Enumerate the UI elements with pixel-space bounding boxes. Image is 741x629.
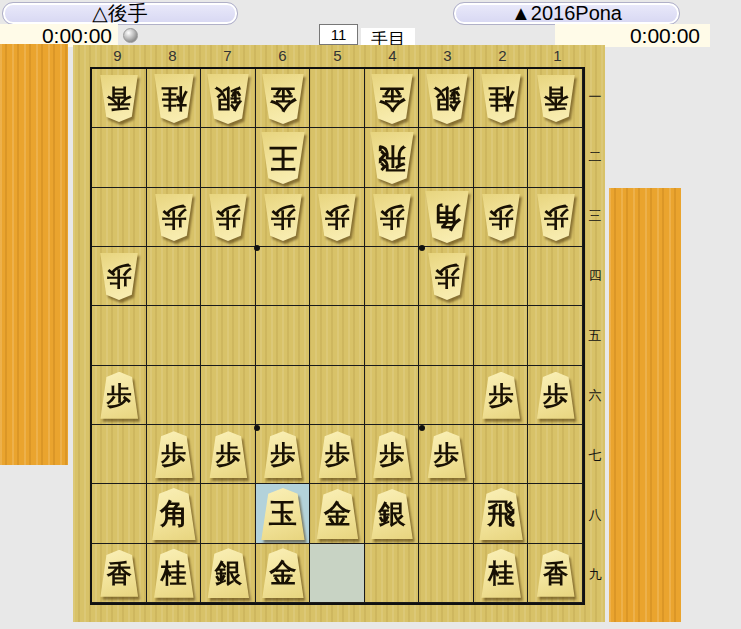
cell-1-4[interactable] xyxy=(528,247,583,306)
piece-sente-7-7[interactable]: 歩 xyxy=(208,431,248,478)
piece-kanji: 桂 xyxy=(153,74,195,123)
piece-kanji: 歩 xyxy=(481,194,521,241)
piece-gote-8-1[interactable]: 桂 xyxy=(153,74,195,123)
piece-kanji: 香 xyxy=(536,75,576,122)
cell-2-3[interactable]: 歩 xyxy=(474,188,529,247)
cell-1-2[interactable] xyxy=(528,128,583,187)
cell-6-7[interactable]: 歩 xyxy=(256,425,311,484)
board-surface: 987654321 一二三四五六七八九 香桂銀金金銀桂香王飛歩歩歩歩歩角歩歩歩歩… xyxy=(73,45,605,622)
cell-1-5[interactable] xyxy=(528,306,583,365)
piece-gote-1-1[interactable]: 香 xyxy=(536,75,576,122)
sente-clock: 0:00:00 xyxy=(555,24,710,47)
cell-8-8[interactable]: 角 xyxy=(147,484,202,543)
turn-indicator-orb-icon xyxy=(123,28,138,43)
piece-gote-7-3[interactable]: 歩 xyxy=(208,194,248,241)
cell-7-8[interactable] xyxy=(201,484,256,543)
piece-kanji: 歩 xyxy=(317,431,357,478)
cell-5-3[interactable]: 歩 xyxy=(310,188,365,247)
cell-2-7[interactable] xyxy=(474,425,529,484)
cell-8-4[interactable] xyxy=(147,247,202,306)
cell-3-2[interactable] xyxy=(419,128,474,187)
cell-4-7[interactable]: 歩 xyxy=(365,425,420,484)
rank-label-3: 三 xyxy=(585,187,605,247)
cell-9-5[interactable] xyxy=(92,306,147,365)
file-label-5: 5 xyxy=(310,45,365,67)
piece-gote-3-4[interactable]: 歩 xyxy=(427,253,467,300)
piece-sente-1-6[interactable]: 歩 xyxy=(536,372,576,419)
hoshi-dot xyxy=(254,425,260,431)
rank-label-7: 七 xyxy=(585,426,605,486)
piece-gote-3-1[interactable]: 銀 xyxy=(425,74,469,124)
cell-1-6[interactable]: 歩 xyxy=(528,366,583,425)
hoshi-dot xyxy=(419,245,425,251)
piece-sente-8-8[interactable]: 角 xyxy=(151,488,197,540)
cell-6-4[interactable] xyxy=(256,247,311,306)
cell-9-1[interactable]: 香 xyxy=(92,69,147,128)
cell-9-2[interactable] xyxy=(92,128,147,187)
piece-kanji: 金 xyxy=(370,74,414,124)
piece-kanji: 香 xyxy=(536,550,576,597)
piece-gote-7-1[interactable]: 銀 xyxy=(206,74,250,124)
piece-sente-4-7[interactable]: 歩 xyxy=(372,431,412,478)
cell-5-8[interactable]: 金 xyxy=(310,484,365,543)
board-grid: 香桂銀金金銀桂香王飛歩歩歩歩歩角歩歩歩歩歩歩歩歩歩歩歩歩歩角玉金銀飛香桂銀金桂香 xyxy=(90,67,585,605)
cell-6-5[interactable] xyxy=(256,306,311,365)
rank-label-4: 四 xyxy=(585,246,605,306)
file-label-2: 2 xyxy=(475,45,530,67)
cell-6-1[interactable]: 金 xyxy=(256,69,311,128)
piece-sente-6-9[interactable]: 金 xyxy=(261,548,305,598)
piece-kanji: 金 xyxy=(261,74,305,124)
piece-kanji: 角 xyxy=(424,191,470,243)
piece-gote-1-3[interactable]: 歩 xyxy=(536,194,576,241)
piece-kanji: 銀 xyxy=(425,74,469,124)
piece-gote-9-1[interactable]: 香 xyxy=(99,75,139,122)
cell-6-2[interactable]: 王 xyxy=(256,128,311,187)
cell-2-8[interactable]: 飛 xyxy=(474,484,529,543)
cell-7-7[interactable]: 歩 xyxy=(201,425,256,484)
cell-8-7[interactable]: 歩 xyxy=(147,425,202,484)
piece-sente-8-9[interactable]: 桂 xyxy=(153,549,195,598)
piece-gote-2-3[interactable]: 歩 xyxy=(481,194,521,241)
piece-sente-2-9[interactable]: 桂 xyxy=(480,549,522,598)
cell-6-3[interactable]: 歩 xyxy=(256,188,311,247)
piece-sente-6-8[interactable]: 玉 xyxy=(260,488,306,540)
cell-6-6[interactable] xyxy=(256,366,311,425)
cell-7-3[interactable]: 歩 xyxy=(201,188,256,247)
piece-sente-2-8[interactable]: 飛 xyxy=(478,488,524,540)
cell-4-6[interactable] xyxy=(365,366,420,425)
cell-2-1[interactable]: 桂 xyxy=(474,69,529,128)
cell-3-4[interactable]: 歩 xyxy=(419,247,474,306)
piece-kanji: 金 xyxy=(315,489,359,539)
piece-sente-9-9[interactable]: 香 xyxy=(99,550,139,597)
file-label-4: 4 xyxy=(365,45,420,67)
piece-gote-4-1[interactable]: 金 xyxy=(370,74,414,124)
cell-4-4[interactable] xyxy=(365,247,420,306)
cell-3-5[interactable] xyxy=(419,306,474,365)
cell-4-8[interactable]: 銀 xyxy=(365,484,420,543)
cell-5-5[interactable] xyxy=(310,306,365,365)
cell-5-9[interactable] xyxy=(310,544,365,603)
file-label-7: 7 xyxy=(200,45,255,67)
file-label-9: 9 xyxy=(90,45,145,67)
cell-4-2[interactable]: 飛 xyxy=(365,128,420,187)
sente-name-plate: ▲2016Pona xyxy=(453,2,680,25)
file-label-6: 6 xyxy=(255,45,310,67)
cell-7-2[interactable] xyxy=(201,128,256,187)
piece-kanji: 桂 xyxy=(480,74,522,123)
piece-sente-8-7[interactable]: 歩 xyxy=(154,431,194,478)
file-label-8: 8 xyxy=(145,45,200,67)
cell-1-8[interactable] xyxy=(528,484,583,543)
cell-3-7[interactable]: 歩 xyxy=(419,425,474,484)
piece-kanji: 桂 xyxy=(480,549,522,598)
cell-8-3[interactable]: 歩 xyxy=(147,188,202,247)
cell-9-6[interactable]: 歩 xyxy=(92,366,147,425)
piece-gote-2-1[interactable]: 桂 xyxy=(480,74,522,123)
piece-kanji: 歩 xyxy=(154,194,194,241)
cell-2-6[interactable]: 歩 xyxy=(474,366,529,425)
hoshi-dot xyxy=(254,245,260,251)
piece-sente-2-6[interactable]: 歩 xyxy=(481,372,521,419)
piece-sente-7-9[interactable]: 銀 xyxy=(206,548,250,598)
rank-label-2: 二 xyxy=(585,127,605,187)
piece-kanji: 銀 xyxy=(206,74,250,124)
cell-5-4[interactable] xyxy=(310,247,365,306)
cell-7-1[interactable]: 銀 xyxy=(201,69,256,128)
piece-kanji: 歩 xyxy=(536,194,576,241)
piece-sente-5-8[interactable]: 金 xyxy=(315,489,359,539)
piece-sente-5-7[interactable]: 歩 xyxy=(317,431,357,478)
piece-kanji: 金 xyxy=(261,548,305,598)
piece-gote-3-3[interactable]: 角 xyxy=(424,191,470,243)
cell-1-1[interactable]: 香 xyxy=(528,69,583,128)
rank-label-8: 八 xyxy=(585,485,605,545)
cell-2-4[interactable] xyxy=(474,247,529,306)
piece-gote-6-1[interactable]: 金 xyxy=(261,74,305,124)
cell-6-8[interactable]: 玉 xyxy=(256,484,311,543)
piece-kanji: 歩 xyxy=(372,431,412,478)
piece-sente-3-7[interactable]: 歩 xyxy=(427,431,467,478)
piece-kanji: 歩 xyxy=(481,372,521,419)
piece-gote-4-3[interactable]: 歩 xyxy=(372,194,412,241)
cell-1-9[interactable]: 香 xyxy=(528,544,583,603)
piece-kanji: 歩 xyxy=(99,372,139,419)
cell-9-3[interactable] xyxy=(92,188,147,247)
piece-kanji: 銀 xyxy=(370,489,414,539)
piece-kanji: 香 xyxy=(99,75,139,122)
file-label-3: 3 xyxy=(420,45,475,67)
cell-8-5[interactable] xyxy=(147,306,202,365)
piece-gote-8-3[interactable]: 歩 xyxy=(154,194,194,241)
piece-kanji: 桂 xyxy=(153,549,195,598)
piece-kanji: 王 xyxy=(260,132,306,184)
cell-3-1[interactable]: 銀 xyxy=(419,69,474,128)
cell-1-3[interactable]: 歩 xyxy=(528,188,583,247)
piece-sente-4-8[interactable]: 銀 xyxy=(370,489,414,539)
cell-5-2[interactable] xyxy=(310,128,365,187)
piece-gote-6-2[interactable]: 王 xyxy=(260,132,306,184)
piece-kanji: 銀 xyxy=(206,548,250,598)
piece-kanji: 香 xyxy=(99,550,139,597)
gote-komadai xyxy=(0,44,68,465)
cell-4-5[interactable] xyxy=(365,306,420,365)
piece-kanji: 飛 xyxy=(478,488,524,540)
piece-kanji: 歩 xyxy=(99,253,139,300)
cell-2-9[interactable]: 桂 xyxy=(474,544,529,603)
cell-2-5[interactable] xyxy=(474,306,529,365)
cell-3-6[interactable] xyxy=(419,366,474,425)
cell-8-6[interactable] xyxy=(147,366,202,425)
piece-sente-1-9[interactable]: 香 xyxy=(536,550,576,597)
cell-9-9[interactable]: 香 xyxy=(92,544,147,603)
piece-kanji: 玉 xyxy=(260,488,306,540)
cell-1-7[interactable] xyxy=(528,425,583,484)
piece-kanji: 歩 xyxy=(317,194,357,241)
cell-3-9[interactable] xyxy=(419,544,474,603)
file-label-1: 1 xyxy=(530,45,585,67)
piece-sente-6-7[interactable]: 歩 xyxy=(263,431,303,478)
piece-gote-5-3[interactable]: 歩 xyxy=(317,194,357,241)
cell-7-4[interactable] xyxy=(201,247,256,306)
cell-8-2[interactable] xyxy=(147,128,202,187)
piece-gote-9-4[interactable]: 歩 xyxy=(99,253,139,300)
piece-kanji: 歩 xyxy=(154,431,194,478)
piece-kanji: 歩 xyxy=(208,431,248,478)
piece-gote-6-3[interactable]: 歩 xyxy=(263,194,303,241)
piece-kanji: 歩 xyxy=(263,431,303,478)
cell-6-9[interactable]: 金 xyxy=(256,544,311,603)
cell-5-6[interactable] xyxy=(310,366,365,425)
cell-4-1[interactable]: 金 xyxy=(365,69,420,128)
piece-kanji: 歩 xyxy=(427,253,467,300)
rank-label-1: 一 xyxy=(585,67,605,127)
hoshi-dot xyxy=(419,425,425,431)
cell-4-9[interactable] xyxy=(365,544,420,603)
cell-2-2[interactable] xyxy=(474,128,529,187)
cell-7-5[interactable] xyxy=(201,306,256,365)
cell-7-9[interactable]: 銀 xyxy=(201,544,256,603)
rank-label-6: 六 xyxy=(585,366,605,426)
piece-kanji: 歩 xyxy=(536,372,576,419)
cell-9-4[interactable]: 歩 xyxy=(92,247,147,306)
cell-3-8[interactable] xyxy=(419,484,474,543)
cell-7-6[interactable] xyxy=(201,366,256,425)
cell-8-1[interactable]: 桂 xyxy=(147,69,202,128)
cell-3-3[interactable]: 角 xyxy=(419,188,474,247)
cell-8-9[interactable]: 桂 xyxy=(147,544,202,603)
rank-label-5: 五 xyxy=(585,306,605,366)
piece-kanji: 歩 xyxy=(372,194,412,241)
cell-4-3[interactable]: 歩 xyxy=(365,188,420,247)
piece-sente-9-6[interactable]: 歩 xyxy=(99,372,139,419)
piece-kanji: 歩 xyxy=(427,431,467,478)
cell-9-8[interactable] xyxy=(92,484,147,543)
piece-kanji: 飛 xyxy=(369,132,415,184)
cell-5-7[interactable]: 歩 xyxy=(310,425,365,484)
cell-9-7[interactable] xyxy=(92,425,147,484)
piece-kanji: 歩 xyxy=(208,194,248,241)
gote-name-plate: △後手 xyxy=(2,2,238,25)
piece-gote-4-2[interactable]: 飛 xyxy=(369,132,415,184)
piece-kanji: 歩 xyxy=(263,194,303,241)
rank-label-9: 九 xyxy=(585,545,605,605)
move-number-box: 11 xyxy=(319,24,358,45)
piece-kanji: 角 xyxy=(151,488,197,540)
rank-labels: 一二三四五六七八九 xyxy=(585,67,605,605)
sente-komadai xyxy=(609,188,681,622)
file-labels: 987654321 xyxy=(90,45,585,67)
cell-5-1[interactable] xyxy=(310,69,365,128)
